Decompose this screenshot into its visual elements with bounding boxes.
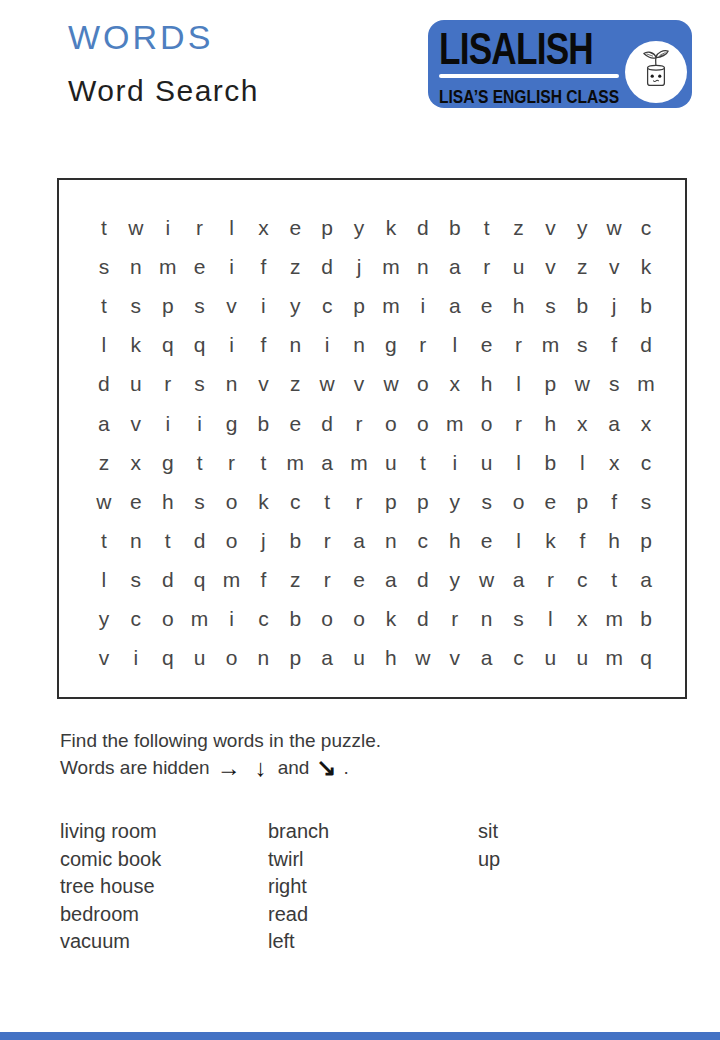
grid-cell-r7c1: z: [88, 443, 120, 482]
grid-cell-r4c17: f: [598, 325, 630, 364]
grid-cell-r5c14: l: [503, 364, 535, 403]
grid-cell-r11c15: l: [534, 599, 566, 638]
grid-cell-r10c3: d: [152, 560, 184, 599]
grid-cell-r9c9: a: [343, 521, 375, 560]
word-search-board: twirlxepykdbtzvywcsnmeifzdjmnaruvzvktsps…: [57, 178, 687, 699]
grid-cell-r10c12: y: [439, 560, 471, 599]
grid-cell-r7c5: r: [216, 443, 248, 482]
grid-cell-r8c15: e: [534, 482, 566, 521]
grid-cell-r2c5: i: [216, 247, 248, 286]
grid-cell-r10c7: z: [279, 560, 311, 599]
grid-cell-r8c6: k: [247, 482, 279, 521]
grid-cell-r11c11: d: [407, 599, 439, 638]
grid-cell-r5c18: m: [630, 364, 662, 403]
grid-cell-r8c2: e: [120, 482, 152, 521]
grid-cell-r1c5: l: [216, 208, 248, 247]
grid-cell-r9c6: j: [247, 521, 279, 560]
grid-cell-r3c18: b: [630, 286, 662, 325]
grid-cell-r2c11: n: [407, 247, 439, 286]
grid-cell-r6c1: a: [88, 403, 120, 442]
word-list-item: right: [268, 873, 329, 901]
sprout-cup-mascot-icon: [625, 41, 687, 103]
grid-cell-r6c16: x: [566, 403, 598, 442]
grid-cell-r7c3: g: [152, 443, 184, 482]
arrow-diagonal-icon: ↘: [316, 754, 336, 781]
grid-cell-r6c15: h: [534, 403, 566, 442]
grid-cell-r6c3: i: [152, 403, 184, 442]
grid-cell-r8c16: p: [566, 482, 598, 521]
word-list-item: twirl: [268, 846, 329, 874]
word-list-item: living room: [60, 818, 161, 846]
word-list-item: sit: [478, 818, 500, 846]
grid-cell-r4c1: l: [88, 325, 120, 364]
grid-cell-r6c6: b: [247, 403, 279, 442]
word-list-item: up: [478, 846, 500, 874]
grid-cell-r12c16: u: [566, 638, 598, 677]
grid-cell-r10c6: f: [247, 560, 279, 599]
grid-cell-r7c7: m: [279, 443, 311, 482]
grid-cell-r10c10: a: [375, 560, 407, 599]
grid-cell-r8c10: p: [375, 482, 407, 521]
grid-cell-r9c13: e: [471, 521, 503, 560]
grid-cell-r9c8: r: [311, 521, 343, 560]
grid-cell-r3c15: s: [534, 286, 566, 325]
grid-cell-r9c10: n: [375, 521, 407, 560]
grid-cell-r2c3: m: [152, 247, 184, 286]
grid-cell-r7c4: t: [184, 443, 216, 482]
grid-cell-r2c2: n: [120, 247, 152, 286]
grid-cell-r6c9: r: [343, 403, 375, 442]
grid-cell-r1c10: k: [375, 208, 407, 247]
grid-cell-r4c14: r: [503, 325, 535, 364]
grid-cell-r10c8: r: [311, 560, 343, 599]
grid-cell-r2c1: s: [88, 247, 120, 286]
grid-cell-r4c5: i: [216, 325, 248, 364]
grid-cell-r11c13: n: [471, 599, 503, 638]
grid-cell-r2c8: d: [311, 247, 343, 286]
grid-cell-r11c17: m: [598, 599, 630, 638]
instructions-line2: Words are hidden→↓and↘.: [60, 754, 381, 781]
logo-name: LISALISH: [439, 27, 593, 71]
grid-cell-r8c18: s: [630, 482, 662, 521]
grid-cell-r9c1: t: [88, 521, 120, 560]
grid-cell-r10c15: r: [534, 560, 566, 599]
grid-cell-r1c15: v: [534, 208, 566, 247]
grid-cell-r9c17: h: [598, 521, 630, 560]
grid-cell-r11c16: x: [566, 599, 598, 638]
grid-cell-r6c8: d: [311, 403, 343, 442]
grid-cell-r10c1: l: [88, 560, 120, 599]
page-title: Word Search: [68, 74, 259, 108]
grid-cell-r12c18: q: [630, 638, 662, 677]
grid-cell-r9c3: t: [152, 521, 184, 560]
grid-cell-r1c16: y: [566, 208, 598, 247]
grid-cell-r7c2: x: [120, 443, 152, 482]
grid-cell-r3c12: a: [439, 286, 471, 325]
grid-cell-r9c15: k: [534, 521, 566, 560]
grid-cell-r8c11: p: [407, 482, 439, 521]
grid-cell-r11c7: b: [279, 599, 311, 638]
grid-cell-r5c6: v: [247, 364, 279, 403]
grid-cell-r7c17: x: [598, 443, 630, 482]
grid-cell-r7c12: i: [439, 443, 471, 482]
grid-cell-r2c17: v: [598, 247, 630, 286]
grid-cell-r6c11: o: [407, 403, 439, 442]
grid-cell-r12c6: n: [247, 638, 279, 677]
grid-cell-r9c5: o: [216, 521, 248, 560]
grid-cell-r6c13: o: [471, 403, 503, 442]
grid-cell-r8c1: w: [88, 482, 120, 521]
grid-cell-r5c3: r: [152, 364, 184, 403]
grid-cell-r5c10: w: [375, 364, 407, 403]
grid-cell-r9c12: h: [439, 521, 471, 560]
grid-cell-r9c14: l: [503, 521, 535, 560]
grid-cell-r5c9: v: [343, 364, 375, 403]
word-list-column-2: branchtwirlrightreadleft: [268, 818, 329, 956]
grid-cell-r3c3: p: [152, 286, 184, 325]
grid-cell-r12c7: p: [279, 638, 311, 677]
grid-cell-r10c5: m: [216, 560, 248, 599]
grid-cell-r7c6: t: [247, 443, 279, 482]
grid-cell-r1c18: c: [630, 208, 662, 247]
grid-cell-r11c10: k: [375, 599, 407, 638]
word-list-item: tree house: [60, 873, 161, 901]
grid-cell-r2c12: a: [439, 247, 471, 286]
instructions-conjunction: and: [278, 757, 310, 778]
grid-cell-r5c2: u: [120, 364, 152, 403]
grid-cell-r6c5: g: [216, 403, 248, 442]
grid-cell-r1c8: p: [311, 208, 343, 247]
grid-cell-r4c6: f: [247, 325, 279, 364]
grid-cell-r6c4: i: [184, 403, 216, 442]
grid-cell-r3c5: v: [216, 286, 248, 325]
grid-cell-r4c10: g: [375, 325, 407, 364]
grid-cell-r3c1: t: [88, 286, 120, 325]
grid-cell-r7c9: m: [343, 443, 375, 482]
grid-cell-r11c2: c: [120, 599, 152, 638]
grid-cell-r12c12: v: [439, 638, 471, 677]
grid-cell-r1c9: y: [343, 208, 375, 247]
grid-cell-r4c2: k: [120, 325, 152, 364]
word-list-item: vacuum: [60, 928, 161, 956]
grid-cell-r4c4: q: [184, 325, 216, 364]
footer-brand-bar: [0, 1032, 720, 1040]
instructions-period: .: [343, 757, 348, 778]
grid-cell-r11c5: i: [216, 599, 248, 638]
grid-cell-r11c18: b: [630, 599, 662, 638]
grid-cell-r4c9: n: [343, 325, 375, 364]
word-list-item: branch: [268, 818, 329, 846]
grid-cell-r4c11: r: [407, 325, 439, 364]
grid-cell-r10c14: a: [503, 560, 535, 599]
grid-cell-r6c17: a: [598, 403, 630, 442]
grid-cell-r3c10: m: [375, 286, 407, 325]
grid-cell-r4c12: l: [439, 325, 471, 364]
grid-cell-r2c15: v: [534, 247, 566, 286]
grid-cell-r5c7: z: [279, 364, 311, 403]
grid-cell-r6c7: e: [279, 403, 311, 442]
grid-cell-r2c18: k: [630, 247, 662, 286]
grid-cell-r2c4: e: [184, 247, 216, 286]
grid-cell-r9c4: d: [184, 521, 216, 560]
grid-cell-r12c4: u: [184, 638, 216, 677]
grid-cell-r5c1: d: [88, 364, 120, 403]
grid-cell-r2c9: j: [343, 247, 375, 286]
word-list-column-1: living roomcomic booktree housebedroomva…: [60, 818, 161, 956]
grid-cell-r2c10: m: [375, 247, 407, 286]
grid-cell-r1c4: r: [184, 208, 216, 247]
grid-cell-r12c8: a: [311, 638, 343, 677]
grid-cell-r8c3: h: [152, 482, 184, 521]
grid-cell-r12c14: c: [503, 638, 535, 677]
arrow-down-icon: ↓: [255, 754, 267, 781]
grid-cell-r2c7: z: [279, 247, 311, 286]
grid-cell-r1c7: e: [279, 208, 311, 247]
grid-cell-r11c1: y: [88, 599, 120, 638]
arrow-right-icon: →: [217, 754, 241, 781]
grid-cell-r3c11: i: [407, 286, 439, 325]
grid-cell-r12c10: h: [375, 638, 407, 677]
grid-cell-r8c14: o: [503, 482, 535, 521]
grid-cell-r11c6: c: [247, 599, 279, 638]
grid-cell-r10c9: e: [343, 560, 375, 599]
grid-cell-r9c16: f: [566, 521, 598, 560]
grid-cell-r11c3: o: [152, 599, 184, 638]
instructions: Find the following words in the puzzle. …: [60, 727, 381, 781]
grid-cell-r3c13: e: [471, 286, 503, 325]
word-list-item: comic book: [60, 846, 161, 874]
grid-cell-r12c3: q: [152, 638, 184, 677]
grid-cell-r5c13: h: [471, 364, 503, 403]
grid-cell-r7c14: l: [503, 443, 535, 482]
grid-cell-r12c11: w: [407, 638, 439, 677]
grid-cell-r4c15: m: [534, 325, 566, 364]
grid-cell-r8c9: r: [343, 482, 375, 521]
grid-cell-r6c10: o: [375, 403, 407, 442]
worksheet-category: WORDS: [68, 18, 213, 57]
grid-cell-r2c6: f: [247, 247, 279, 286]
grid-cell-r10c18: a: [630, 560, 662, 599]
grid-cell-r2c14: u: [503, 247, 535, 286]
grid-cell-r4c8: i: [311, 325, 343, 364]
grid-cell-r3c6: i: [247, 286, 279, 325]
grid-cell-r12c5: o: [216, 638, 248, 677]
grid-cell-r6c12: m: [439, 403, 471, 442]
grid-cell-r3c7: y: [279, 286, 311, 325]
grid-cell-r8c12: y: [439, 482, 471, 521]
grid-cell-r5c5: n: [216, 364, 248, 403]
grid-cell-r1c3: i: [152, 208, 184, 247]
grid-cell-r12c13: a: [471, 638, 503, 677]
grid-cell-r11c12: r: [439, 599, 471, 638]
grid-cell-r1c11: d: [407, 208, 439, 247]
grid-cell-r8c5: o: [216, 482, 248, 521]
grid-cell-r12c2: i: [120, 638, 152, 677]
grid-cell-r8c7: c: [279, 482, 311, 521]
logo-subtitle: LISA’S ENGLISH CLASS: [439, 86, 619, 108]
grid-cell-r7c16: l: [566, 443, 598, 482]
grid-cell-r7c13: u: [471, 443, 503, 482]
grid-cell-r1c17: w: [598, 208, 630, 247]
grid-cell-r1c12: b: [439, 208, 471, 247]
grid-cell-r3c4: s: [184, 286, 216, 325]
grid-cell-r2c13: r: [471, 247, 503, 286]
word-list-item: read: [268, 901, 329, 929]
grid-cell-r12c15: u: [534, 638, 566, 677]
grid-cell-r7c15: b: [534, 443, 566, 482]
grid-cell-r8c8: t: [311, 482, 343, 521]
grid-cell-r10c17: t: [598, 560, 630, 599]
grid-cell-r1c2: w: [120, 208, 152, 247]
grid-cell-r6c2: v: [120, 403, 152, 442]
grid-cell-r10c4: q: [184, 560, 216, 599]
grid-cell-r5c15: p: [534, 364, 566, 403]
grid-cell-r5c17: s: [598, 364, 630, 403]
grid-cell-r11c14: s: [503, 599, 535, 638]
grid-cell-r12c9: u: [343, 638, 375, 677]
grid-cell-r10c13: w: [471, 560, 503, 599]
grid-cell-r6c14: r: [503, 403, 535, 442]
word-list-item: bedroom: [60, 901, 161, 929]
grid-cell-r2c16: z: [566, 247, 598, 286]
grid-cell-r9c2: n: [120, 521, 152, 560]
word-list-column-3: situp: [478, 818, 500, 873]
grid-cell-r1c13: t: [471, 208, 503, 247]
word-search-grid: twirlxepykdbtzvywcsnmeifzdjmnaruvzvktsps…: [88, 208, 662, 677]
grid-cell-r3c8: c: [311, 286, 343, 325]
instructions-line1: Find the following words in the puzzle.: [60, 727, 381, 754]
grid-cell-r9c7: b: [279, 521, 311, 560]
grid-cell-r3c9: p: [343, 286, 375, 325]
logo-underline: [439, 74, 619, 78]
instructions-line2-prefix: Words are hidden: [60, 757, 210, 778]
grid-cell-r5c4: s: [184, 364, 216, 403]
grid-cell-r3c17: j: [598, 286, 630, 325]
grid-cell-r10c2: s: [120, 560, 152, 599]
grid-cell-r8c4: s: [184, 482, 216, 521]
grid-cell-r5c12: x: [439, 364, 471, 403]
grid-cell-r3c14: h: [503, 286, 535, 325]
grid-cell-r8c13: s: [471, 482, 503, 521]
grid-cell-r11c8: o: [311, 599, 343, 638]
grid-cell-r5c8: w: [311, 364, 343, 403]
lisalish-logo: LISALISH LISA’S ENGLISH CLASS: [428, 20, 692, 108]
grid-cell-r4c16: s: [566, 325, 598, 364]
grid-cell-r4c18: d: [630, 325, 662, 364]
grid-cell-r8c17: f: [598, 482, 630, 521]
grid-cell-r1c6: x: [247, 208, 279, 247]
grid-cell-r3c16: b: [566, 286, 598, 325]
grid-cell-r7c8: a: [311, 443, 343, 482]
grid-cell-r9c11: c: [407, 521, 439, 560]
grid-cell-r7c10: u: [375, 443, 407, 482]
grid-cell-r1c1: t: [88, 208, 120, 247]
grid-cell-r12c1: v: [88, 638, 120, 677]
word-list-item: left: [268, 928, 329, 956]
grid-cell-r11c9: o: [343, 599, 375, 638]
grid-cell-r6c18: x: [630, 403, 662, 442]
grid-cell-r7c18: c: [630, 443, 662, 482]
grid-cell-r11c4: m: [184, 599, 216, 638]
grid-cell-r9c18: p: [630, 521, 662, 560]
grid-cell-r3c2: s: [120, 286, 152, 325]
grid-cell-r5c11: o: [407, 364, 439, 403]
grid-cell-r4c13: e: [471, 325, 503, 364]
grid-cell-r12c17: m: [598, 638, 630, 677]
grid-cell-r10c16: c: [566, 560, 598, 599]
grid-cell-r4c3: q: [152, 325, 184, 364]
grid-cell-r10c11: d: [407, 560, 439, 599]
grid-cell-r7c11: t: [407, 443, 439, 482]
grid-cell-r4c7: n: [279, 325, 311, 364]
grid-cell-r1c14: z: [503, 208, 535, 247]
grid-cell-r5c16: w: [566, 364, 598, 403]
